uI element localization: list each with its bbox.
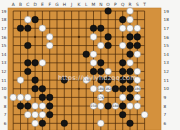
row-label-left-18: 18	[1, 17, 7, 22]
column-label-O: O	[106, 2, 110, 7]
row-label-left-13: 13	[1, 60, 7, 65]
white-stone-S17	[134, 25, 141, 32]
white-stone-R13	[127, 60, 134, 67]
black-stone-R11	[127, 77, 134, 84]
black-stone-F7	[46, 111, 53, 118]
black-stone-C12	[25, 68, 32, 75]
row-label-left-15: 15	[1, 43, 7, 48]
row-label-left-14: 14	[1, 52, 7, 57]
white-stone-B9	[17, 94, 24, 101]
move-number-M8: 150	[91, 104, 97, 108]
white-stone-E13	[39, 60, 46, 67]
black-stone-Q12	[119, 68, 126, 75]
star-point-K10	[78, 88, 80, 90]
black-stone-R6	[127, 120, 134, 127]
column-label-G: G	[55, 2, 59, 7]
column-label-M: M	[92, 2, 96, 7]
star-point-K16	[78, 36, 80, 38]
white-stone-Q17	[119, 25, 126, 32]
move-number-S10: 186	[134, 87, 140, 91]
black-stone-H6	[61, 120, 68, 127]
black-stone-E9	[39, 94, 46, 101]
white-stone-S14	[134, 51, 141, 58]
column-label-T: T	[142, 2, 146, 7]
row-label-right-19: 19	[164, 9, 170, 14]
white-stone-S11	[134, 77, 141, 84]
move-number-N9: 176	[98, 96, 104, 100]
white-stone-D6	[32, 120, 39, 127]
black-stone-B17	[17, 25, 24, 32]
row-label-right-9: 9	[164, 95, 167, 100]
black-stone-Q18	[119, 16, 126, 23]
star-point-Q16	[122, 36, 124, 38]
black-stone-R15	[127, 42, 134, 49]
white-stone-E8	[39, 103, 46, 110]
black-stone-R16	[127, 34, 134, 41]
black-stone-Q13	[119, 60, 126, 67]
move-number-N10: 180	[98, 87, 104, 91]
column-label-J: J	[70, 2, 72, 7]
white-stone-R8	[127, 103, 134, 110]
white-stone-E7	[39, 111, 46, 118]
white-stone-M14	[90, 51, 97, 58]
column-label-K: K	[77, 2, 80, 7]
white-stone-D7	[32, 111, 39, 118]
white-stone-E17	[39, 25, 46, 32]
black-stone-C8	[25, 103, 32, 110]
row-label-left-19: 19	[1, 9, 7, 14]
row-label-left-12: 12	[1, 69, 7, 74]
white-stone-T7	[141, 111, 148, 118]
black-stone-D13	[32, 60, 39, 67]
white-stone-O12	[105, 68, 112, 75]
black-stone-M12	[90, 68, 97, 75]
black-stone-Q8	[119, 103, 126, 110]
row-label-right-18: 18	[164, 17, 170, 22]
black-stone-N12	[98, 68, 105, 75]
black-stone-S15	[134, 42, 141, 49]
black-stone-N13	[98, 60, 105, 67]
black-stone-N17	[98, 25, 105, 32]
white-stone-D8	[32, 103, 39, 110]
black-stone-F8	[46, 103, 53, 110]
black-stone-O11	[105, 77, 112, 84]
column-label-S: S	[136, 2, 139, 7]
white-stone-S9	[134, 94, 141, 101]
white-stone-C9	[25, 94, 32, 101]
black-stone-R14	[127, 51, 134, 58]
column-label-C: C	[26, 2, 29, 7]
go-board[interactable]: ABCDEFGHJKLMNOPQRST191918181717161615151…	[0, 0, 180, 130]
column-label-Q: Q	[121, 2, 125, 7]
black-stone-N11	[98, 77, 105, 84]
white-stone-C7	[25, 111, 32, 118]
black-stone-C13	[25, 60, 32, 67]
black-stone-O8	[105, 103, 112, 110]
column-label-P: P	[114, 2, 117, 7]
white-stone-N6	[98, 120, 105, 127]
white-stone-C18	[25, 16, 32, 23]
white-stone-B11	[17, 77, 24, 84]
star-point-D16	[34, 36, 36, 38]
move-number-P8: 184	[112, 104, 118, 108]
row-label-right-16: 16	[164, 35, 170, 40]
black-stone-R9	[127, 94, 134, 101]
white-stone-S8	[134, 103, 141, 110]
white-stone-A9	[10, 94, 17, 101]
column-label-N: N	[99, 2, 102, 7]
row-label-right-7: 7	[164, 112, 167, 117]
black-stone-Q10	[119, 85, 126, 92]
black-stone-C15	[25, 42, 32, 49]
black-stone-H11	[61, 77, 68, 84]
black-stone-S16	[134, 34, 141, 41]
black-stone-M17	[90, 25, 97, 32]
black-stone-D11	[32, 77, 39, 84]
white-stone-F15	[46, 42, 53, 49]
black-stone-O19	[105, 8, 112, 15]
white-stone-R18	[127, 16, 134, 23]
black-stone-E10	[39, 85, 46, 92]
column-label-A: A	[12, 2, 15, 7]
column-label-R: R	[128, 2, 131, 7]
black-stone-L14	[83, 51, 90, 58]
column-label-H: H	[63, 2, 66, 7]
row-label-left-16: 16	[1, 35, 7, 40]
row-label-right-10: 10	[164, 86, 170, 91]
black-stone-E6	[39, 120, 46, 127]
row-label-left-6: 6	[4, 121, 7, 126]
row-label-right-8: 8	[164, 104, 167, 109]
black-stone-Q7	[119, 111, 126, 118]
row-label-left-11: 11	[1, 78, 7, 83]
row-label-right-17: 17	[164, 26, 170, 31]
white-stone-N15	[98, 42, 105, 49]
white-stone-M10	[90, 85, 97, 92]
white-stone-M13	[90, 60, 97, 67]
move-number-L11: 178	[83, 78, 89, 82]
black-stone-B8	[17, 103, 24, 110]
white-stone-M16	[90, 34, 97, 41]
row-label-right-11: 11	[164, 78, 170, 83]
row-label-left-17: 17	[1, 26, 7, 31]
black-stone-P10	[112, 85, 119, 92]
row-label-left-7: 7	[4, 112, 7, 117]
row-label-right-14: 14	[164, 52, 170, 57]
row-label-left-8: 8	[4, 104, 7, 109]
black-stone-D18	[32, 16, 39, 23]
black-stone-D10	[32, 85, 39, 92]
black-stone-F9	[46, 94, 53, 101]
column-label-E: E	[41, 2, 44, 7]
white-stone-Q15	[119, 42, 126, 49]
column-label-B: B	[19, 2, 22, 7]
row-label-left-10: 10	[1, 86, 7, 91]
white-stone-R17	[127, 25, 134, 32]
black-stone-O16	[105, 34, 112, 41]
white-stone-S12	[134, 68, 141, 75]
white-stone-N8	[98, 103, 105, 110]
go-diagram-screenshot: ABCDEFGHJKLMNOPQRST191918181717161615151…	[0, 0, 180, 130]
row-label-right-13: 13	[164, 60, 170, 65]
row-label-right-15: 15	[164, 43, 170, 48]
black-stone-Q11	[119, 77, 126, 84]
row-label-left-9: 9	[4, 95, 7, 100]
white-stone-F16	[46, 34, 53, 41]
black-stone-O15	[105, 42, 112, 49]
row-label-right-6: 6	[164, 121, 167, 126]
move-number-O10: 182	[105, 87, 111, 91]
white-stone-R19	[127, 8, 134, 15]
row-label-right-12: 12	[164, 69, 170, 74]
black-stone-R12	[127, 68, 134, 75]
white-stone-Q9	[119, 94, 126, 101]
black-stone-R10	[127, 85, 134, 92]
black-stone-C17	[25, 25, 32, 32]
